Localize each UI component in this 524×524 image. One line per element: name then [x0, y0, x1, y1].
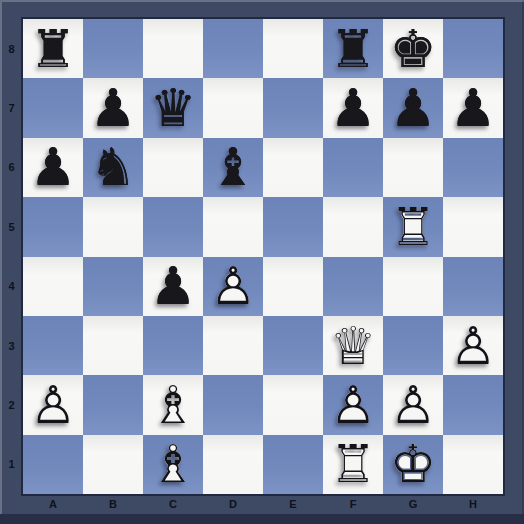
piece-white-bishop[interactable]: ♝♗: [144, 435, 202, 493]
square-g4[interactable]: [383, 257, 443, 316]
bishop-line-glyph: ♗: [144, 435, 202, 493]
rank-label-1: 1: [0, 435, 23, 494]
pawn-line-glyph: ♙: [384, 79, 442, 137]
square-g6[interactable]: [383, 138, 443, 197]
rank-label-8: 8: [0, 19, 23, 78]
square-e7[interactable]: [263, 78, 323, 137]
square-g1[interactable]: ♚♔: [383, 435, 443, 494]
square-b4[interactable]: [83, 257, 143, 316]
piece-white-bishop[interactable]: ♝♗: [144, 376, 202, 434]
square-a3[interactable]: [23, 316, 83, 375]
square-h6[interactable]: [443, 138, 503, 197]
square-a1[interactable]: [23, 435, 83, 494]
piece-black-king[interactable]: ♚♔: [384, 20, 442, 78]
square-f5[interactable]: [323, 197, 383, 256]
square-c4[interactable]: ♟♙: [143, 257, 203, 316]
square-e1[interactable]: [263, 435, 323, 494]
pawn-line-glyph: ♙: [204, 257, 262, 315]
frame-bottom-shadow: [0, 514, 524, 524]
piece-white-rook[interactable]: ♜♖: [324, 435, 382, 493]
square-e2[interactable]: [263, 375, 323, 434]
square-c3[interactable]: [143, 316, 203, 375]
pawn-line-glyph: ♙: [324, 79, 382, 137]
queen-line-glyph: ♕: [144, 79, 202, 137]
piece-black-rook[interactable]: ♜♖: [324, 20, 382, 78]
piece-black-bishop[interactable]: ♝♗: [204, 138, 262, 196]
knight-line-glyph: ♘: [84, 138, 142, 196]
square-h4[interactable]: [443, 257, 503, 316]
square-e8[interactable]: [263, 19, 323, 78]
pawn-line-glyph: ♙: [84, 79, 142, 137]
square-d5[interactable]: [203, 197, 263, 256]
square-f7[interactable]: ♟♙: [323, 78, 383, 137]
piece-white-rook[interactable]: ♜♖: [384, 198, 442, 256]
board: ♜♖♜♖♚♔♟♙♛♕♟♙♟♙♟♙♟♙♞♘♝♗♜♖♟♙♟♙♛♕♟♙♟♙♝♗♟♙♟♙…: [23, 19, 503, 494]
piece-white-pawn[interactable]: ♟♙: [204, 257, 262, 315]
queen-line-glyph: ♕: [324, 317, 382, 375]
square-f8[interactable]: ♜♖: [323, 19, 383, 78]
rook-line-glyph: ♖: [384, 198, 442, 256]
piece-white-pawn[interactable]: ♟♙: [444, 317, 502, 375]
square-a7[interactable]: [23, 78, 83, 137]
square-c6[interactable]: [143, 138, 203, 197]
piece-white-pawn[interactable]: ♟♙: [324, 376, 382, 434]
square-e6[interactable]: [263, 138, 323, 197]
rank-label-3: 3: [0, 316, 23, 375]
piece-black-pawn[interactable]: ♟♙: [444, 79, 502, 137]
square-b2[interactable]: [83, 375, 143, 434]
square-c8[interactable]: [143, 19, 203, 78]
bishop-line-glyph: ♗: [144, 376, 202, 434]
square-h8[interactable]: [443, 19, 503, 78]
file-label-a: A: [23, 495, 83, 513]
king-line-glyph: ♔: [384, 20, 442, 78]
file-label-h: H: [443, 495, 503, 513]
square-d6[interactable]: ♝♗: [203, 138, 263, 197]
piece-black-pawn[interactable]: ♟♙: [384, 79, 442, 137]
rank-label-4: 4: [0, 257, 23, 316]
square-c1[interactable]: ♝♗: [143, 435, 203, 494]
file-label-g: G: [383, 495, 443, 513]
square-h7[interactable]: ♟♙: [443, 78, 503, 137]
pawn-line-glyph: ♙: [324, 376, 382, 434]
square-b1[interactable]: [83, 435, 143, 494]
piece-black-queen[interactable]: ♛♕: [144, 79, 202, 137]
piece-black-pawn[interactable]: ♟♙: [84, 79, 142, 137]
square-a2[interactable]: ♟♙: [23, 375, 83, 434]
square-f6[interactable]: [323, 138, 383, 197]
square-h1[interactable]: [443, 435, 503, 494]
square-g8[interactable]: ♚♔: [383, 19, 443, 78]
file-labels: ABCDEFGH: [23, 495, 503, 513]
bishop-line-glyph: ♗: [204, 138, 262, 196]
square-f2[interactable]: ♟♙: [323, 375, 383, 434]
pawn-line-glyph: ♙: [444, 317, 502, 375]
pawn-line-glyph: ♙: [24, 376, 82, 434]
square-c7[interactable]: ♛♕: [143, 78, 203, 137]
square-c5[interactable]: [143, 197, 203, 256]
square-a6[interactable]: ♟♙: [23, 138, 83, 197]
file-label-e: E: [263, 495, 323, 513]
square-b3[interactable]: [83, 316, 143, 375]
square-b5[interactable]: [83, 197, 143, 256]
piece-black-rook[interactable]: ♜♖: [24, 20, 82, 78]
rank-label-5: 5: [0, 197, 23, 256]
square-a8[interactable]: ♜♖: [23, 19, 83, 78]
piece-white-pawn[interactable]: ♟♙: [24, 376, 82, 434]
square-a5[interactable]: [23, 197, 83, 256]
rook-line-glyph: ♖: [24, 20, 82, 78]
piece-black-pawn[interactable]: ♟♙: [144, 257, 202, 315]
square-b6[interactable]: ♞♘: [83, 138, 143, 197]
piece-black-pawn[interactable]: ♟♙: [24, 138, 82, 196]
rank-label-7: 7: [0, 78, 23, 137]
square-e5[interactable]: [263, 197, 323, 256]
king-line-glyph: ♔: [384, 435, 442, 493]
square-f1[interactable]: ♜♖: [323, 435, 383, 494]
piece-black-pawn[interactable]: ♟♙: [324, 79, 382, 137]
square-d7[interactable]: [203, 78, 263, 137]
square-d2[interactable]: [203, 375, 263, 434]
file-label-d: D: [203, 495, 263, 513]
square-f4[interactable]: [323, 257, 383, 316]
piece-white-pawn[interactable]: ♟♙: [384, 376, 442, 434]
square-f3[interactable]: ♛♕: [323, 316, 383, 375]
rank-labels: 87654321: [0, 19, 23, 494]
pawn-line-glyph: ♙: [24, 138, 82, 196]
chess-board-frame: 87654321 ♜♖♜♖♚♔♟♙♛♕♟♙♟♙♟♙♟♙♞♘♝♗♜♖♟♙♟♙♛♕♟…: [0, 0, 524, 524]
square-e3[interactable]: [263, 316, 323, 375]
square-c2[interactable]: ♝♗: [143, 375, 203, 434]
square-h2[interactable]: [443, 375, 503, 434]
square-d4[interactable]: ♟♙: [203, 257, 263, 316]
square-g2[interactable]: ♟♙: [383, 375, 443, 434]
square-a4[interactable]: [23, 257, 83, 316]
square-h5[interactable]: [443, 197, 503, 256]
square-d3[interactable]: [203, 316, 263, 375]
rook-line-glyph: ♖: [324, 435, 382, 493]
piece-black-knight[interactable]: ♞♘: [84, 138, 142, 196]
pawn-line-glyph: ♙: [144, 257, 202, 315]
piece-white-king[interactable]: ♚♔: [384, 435, 442, 493]
square-g7[interactable]: ♟♙: [383, 78, 443, 137]
square-d1[interactable]: [203, 435, 263, 494]
rank-label-6: 6: [0, 138, 23, 197]
square-g3[interactable]: [383, 316, 443, 375]
pawn-line-glyph: ♙: [384, 376, 442, 434]
square-h3[interactable]: ♟♙: [443, 316, 503, 375]
pawn-line-glyph: ♙: [444, 79, 502, 137]
square-e4[interactable]: [263, 257, 323, 316]
file-label-b: B: [83, 495, 143, 513]
piece-white-queen[interactable]: ♛♕: [324, 317, 382, 375]
rank-label-2: 2: [0, 375, 23, 434]
file-label-c: C: [143, 495, 203, 513]
square-g5[interactable]: ♜♖: [383, 197, 443, 256]
square-b8[interactable]: [83, 19, 143, 78]
square-d8[interactable]: [203, 19, 263, 78]
rook-line-glyph: ♖: [324, 20, 382, 78]
file-label-f: F: [323, 495, 383, 513]
square-b7[interactable]: ♟♙: [83, 78, 143, 137]
